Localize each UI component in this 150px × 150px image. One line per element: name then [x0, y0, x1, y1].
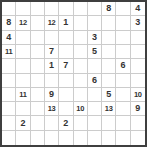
clue-cell-r7c8: 5 [102, 88, 116, 102]
cell-r6c2[interactable] [16, 74, 30, 88]
cell-r9c9[interactable] [116, 116, 130, 130]
cell-r7c1[interactable] [2, 88, 16, 102]
cell-r1c9[interactable] [116, 2, 130, 16]
cell-r4c5[interactable] [59, 45, 73, 59]
cell-r3c5[interactable] [59, 31, 73, 45]
cell-r3c6[interactable] [74, 31, 88, 45]
cell-r6c1[interactable] [2, 74, 16, 88]
cell-r5c10[interactable] [131, 59, 145, 73]
clue-cell-r8c4: 13 [45, 102, 59, 116]
clue-cell-r1c8: 8 [102, 2, 116, 16]
cell-r5c3[interactable] [31, 59, 45, 73]
cell-r2c3[interactable] [31, 16, 45, 30]
clue-cell-r4c7: 5 [88, 45, 102, 59]
cell-r9c3[interactable] [31, 116, 45, 130]
cell-r6c8[interactable] [102, 74, 116, 88]
cell-r2c6[interactable] [74, 16, 88, 30]
clue-cell-r5c5: 7 [59, 59, 73, 73]
cell-r10c1[interactable] [2, 131, 16, 145]
cell-r5c8[interactable] [102, 59, 116, 73]
cell-r10c3[interactable] [31, 131, 45, 145]
cell-r4c2[interactable] [16, 45, 30, 59]
cell-r5c6[interactable] [74, 59, 88, 73]
clue-cell-r2c2: 12 [16, 16, 30, 30]
cell-r4c8[interactable] [102, 45, 116, 59]
cell-r9c4[interactable] [45, 116, 59, 130]
cell-r8c9[interactable] [116, 102, 130, 116]
cell-r2c8[interactable] [102, 16, 116, 30]
cell-r6c5[interactable] [59, 74, 73, 88]
cell-r1c5[interactable] [59, 2, 73, 16]
cell-r10c4[interactable] [45, 131, 59, 145]
cell-r1c7[interactable] [88, 2, 102, 16]
clue-cell-r9c5: 2 [59, 116, 73, 130]
cell-r4c6[interactable] [74, 45, 88, 59]
clue-cell-r2c4: 12 [45, 16, 59, 30]
cell-r7c6[interactable] [74, 88, 88, 102]
clue-cell-r2c10: 3 [131, 16, 145, 30]
puzzle-board: 8481212134311751766119510131013922 [0, 0, 147, 147]
cell-r6c9[interactable] [116, 74, 130, 88]
cell-r1c2[interactable] [16, 2, 30, 16]
cell-r1c1[interactable] [2, 2, 16, 16]
clue-cell-r5c9: 6 [116, 59, 130, 73]
cell-r7c3[interactable] [31, 88, 45, 102]
cell-r1c6[interactable] [74, 2, 88, 16]
cell-r10c10[interactable] [131, 131, 145, 145]
clue-cell-r8c10: 9 [131, 102, 145, 116]
clue-cell-r3c1: 4 [2, 31, 16, 45]
cell-r4c3[interactable] [31, 45, 45, 59]
clue-cell-r6c7: 6 [88, 74, 102, 88]
cell-r5c7[interactable] [88, 59, 102, 73]
cell-r8c3[interactable] [31, 102, 45, 116]
cell-r6c3[interactable] [31, 74, 45, 88]
cell-r2c9[interactable] [116, 16, 130, 30]
cell-r4c9[interactable] [116, 45, 130, 59]
cell-r7c5[interactable] [59, 88, 73, 102]
cell-r7c9[interactable] [116, 88, 130, 102]
cell-r9c8[interactable] [102, 116, 116, 130]
cell-r10c5[interactable] [59, 131, 73, 145]
clue-cell-r2c5: 1 [59, 16, 73, 30]
cell-r8c1[interactable] [2, 102, 16, 116]
cell-r10c7[interactable] [88, 131, 102, 145]
cell-r3c4[interactable] [45, 31, 59, 45]
clue-cell-r7c4: 9 [45, 88, 59, 102]
cell-r3c2[interactable] [16, 31, 30, 45]
clue-cell-r1c10: 4 [131, 2, 145, 16]
cell-r9c6[interactable] [74, 116, 88, 130]
clue-cell-r5c4: 1 [45, 59, 59, 73]
cell-r6c4[interactable] [45, 74, 59, 88]
clue-cell-r7c2: 11 [16, 88, 30, 102]
cell-r2c7[interactable] [88, 16, 102, 30]
clue-cell-r9c2: 2 [16, 116, 30, 130]
cell-r1c3[interactable] [31, 2, 45, 16]
clue-cell-r2c1: 8 [2, 16, 16, 30]
cell-r1c4[interactable] [45, 2, 59, 16]
clue-cell-r4c4: 7 [45, 45, 59, 59]
clue-cell-r3c7: 3 [88, 31, 102, 45]
cell-r9c1[interactable] [2, 116, 16, 130]
cell-r3c8[interactable] [102, 31, 116, 45]
cell-r9c10[interactable] [131, 116, 145, 130]
clue-cell-r7c10: 10 [131, 88, 145, 102]
cell-r6c10[interactable] [131, 74, 145, 88]
clue-cell-r8c8: 13 [102, 102, 116, 116]
cell-r10c9[interactable] [116, 131, 130, 145]
cell-r4c10[interactable] [131, 45, 145, 59]
cell-r7c7[interactable] [88, 88, 102, 102]
cell-r3c10[interactable] [131, 31, 145, 45]
cell-r8c2[interactable] [16, 102, 30, 116]
cell-r10c8[interactable] [102, 131, 116, 145]
cell-r8c7[interactable] [88, 102, 102, 116]
cell-r9c7[interactable] [88, 116, 102, 130]
cell-r6c6[interactable] [74, 74, 88, 88]
cell-r5c2[interactable] [16, 59, 30, 73]
cell-r3c3[interactable] [31, 31, 45, 45]
clue-cell-r4c1: 11 [2, 45, 16, 59]
cell-r10c2[interactable] [16, 131, 30, 145]
cell-r10c6[interactable] [74, 131, 88, 145]
cell-r8c5[interactable] [59, 102, 73, 116]
cell-r3c9[interactable] [116, 31, 130, 45]
cell-r5c1[interactable] [2, 59, 16, 73]
clue-cell-r8c6: 10 [74, 102, 88, 116]
